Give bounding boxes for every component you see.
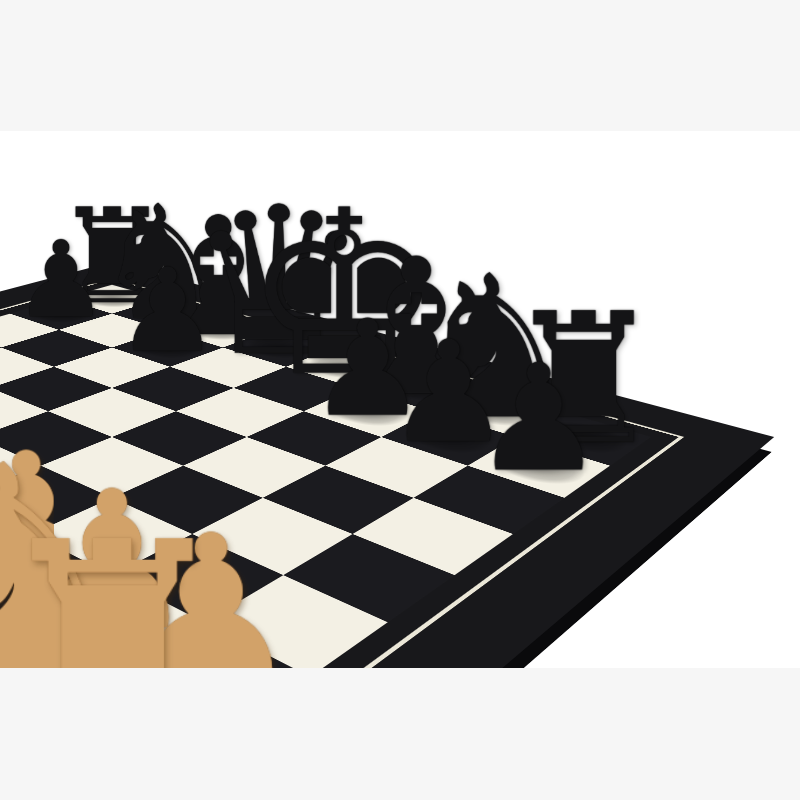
- pieces-layer: ♜♞♝♛♚♝♞♜♟♟♟♟♟♟♟♟♞♜: [0, 262, 774, 668]
- photo-area: ♜♞♝♛♚♝♞♜♟♟♟♟♟♟♟♟♞♜: [0, 131, 800, 668]
- black-pawn-glyph: ♟: [371, 344, 706, 492]
- board-border: ♜♞♝♛♚♝♞♜♟♟♟♟♟♟♟♟♞♜: [0, 262, 774, 668]
- photo-matte-top: [0, 0, 800, 131]
- photo-matte-bottom: [0, 668, 800, 800]
- white-rook-glyph: ♜: [0, 505, 366, 668]
- black-pawn-h7: ♟: [468, 437, 610, 498]
- product-photo-canvas: ♜♞♝♛♚♝♞♜♟♟♟♟♟♟♟♟♞♜: [0, 0, 800, 800]
- chessboard: ♜♞♝♛♚♝♞♜♟♟♟♟♟♟♟♟♞♜: [0, 262, 774, 668]
